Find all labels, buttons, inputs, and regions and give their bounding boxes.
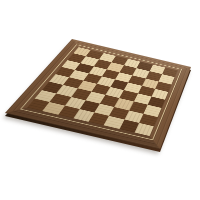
photo-background (0, 0, 200, 200)
board-wrap (0, 0, 200, 200)
chess-board (5, 39, 191, 149)
